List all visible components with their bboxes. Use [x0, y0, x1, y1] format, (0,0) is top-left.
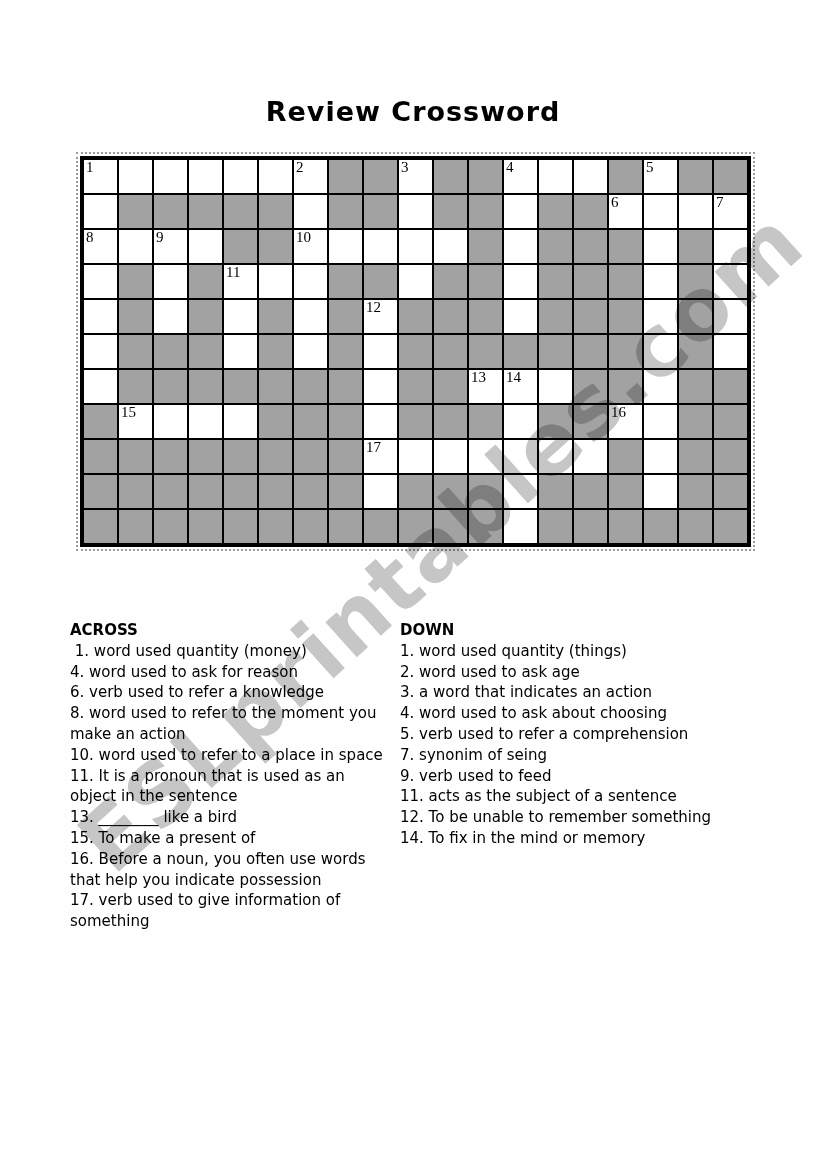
block-cell: [678, 509, 713, 544]
block-cell: [258, 404, 293, 439]
grid-cell[interactable]: [118, 229, 153, 264]
block-cell: [433, 264, 468, 299]
clue-number: 11: [226, 264, 240, 281]
block-cell: [188, 334, 223, 369]
block-cell: [398, 299, 433, 334]
grid-cell[interactable]: [188, 229, 223, 264]
block-cell: [118, 509, 153, 544]
clue-number: 7: [716, 194, 724, 211]
block-cell: [678, 264, 713, 299]
block-cell: [328, 159, 363, 194]
block-cell: [468, 404, 503, 439]
grid-cell[interactable]: [223, 334, 258, 369]
crossword-grid: 1234567891011121314151617: [80, 156, 751, 547]
block-cell: [678, 334, 713, 369]
grid-cell[interactable]: [188, 404, 223, 439]
grid-cell[interactable]: [538, 369, 573, 404]
grid-cell[interactable]: [363, 369, 398, 404]
block-cell: [118, 369, 153, 404]
clue-item: 15. To make a present of: [70, 828, 392, 849]
block-cell: [573, 404, 608, 439]
grid-cell[interactable]: [713, 229, 748, 264]
block-cell: [118, 299, 153, 334]
block-cell: [713, 474, 748, 509]
block-cell: [398, 509, 433, 544]
clue-number: 3: [401, 159, 409, 176]
block-cell: [433, 159, 468, 194]
grid-cell[interactable]: 6: [608, 194, 643, 229]
block-cell: [608, 474, 643, 509]
across-header: ACROSS: [70, 620, 392, 641]
grid-cell[interactable]: [363, 229, 398, 264]
block-cell: [223, 439, 258, 474]
block-cell: [608, 369, 643, 404]
down-clue-list: 1. word used quantity (things)2. word us…: [400, 641, 750, 849]
grid-cell[interactable]: 13: [468, 369, 503, 404]
grid-cell[interactable]: [643, 439, 678, 474]
grid-cell[interactable]: 9: [153, 229, 188, 264]
block-cell: [538, 229, 573, 264]
grid-cell[interactable]: [503, 509, 538, 544]
block-cell: [83, 474, 118, 509]
grid-cell[interactable]: 2: [293, 159, 328, 194]
grid-cell[interactable]: [678, 194, 713, 229]
block-cell: [328, 474, 363, 509]
grid-cell[interactable]: [643, 369, 678, 404]
block-cell: [538, 474, 573, 509]
block-cell: [643, 509, 678, 544]
block-cell: [188, 439, 223, 474]
grid-cell[interactable]: [503, 194, 538, 229]
clue-number: 9: [156, 229, 164, 246]
grid-cell[interactable]: [643, 404, 678, 439]
clue-item: 7. synonim of seing: [400, 745, 750, 766]
clue-item: 16. Before a noun, you often use words t…: [70, 849, 392, 891]
block-cell: [433, 404, 468, 439]
block-cell: [468, 474, 503, 509]
block-cell: [608, 334, 643, 369]
clue-number: 5: [646, 159, 654, 176]
block-cell: [258, 369, 293, 404]
grid-cell[interactable]: 5: [643, 159, 678, 194]
clue-number: 12: [366, 299, 381, 316]
block-cell: [713, 369, 748, 404]
block-cell: [538, 334, 573, 369]
clue-item: 4. word used to ask for reason: [70, 662, 392, 683]
block-cell: [328, 369, 363, 404]
grid-cell[interactable]: [363, 474, 398, 509]
block-cell: [188, 194, 223, 229]
block-cell: [328, 404, 363, 439]
grid-cell[interactable]: [643, 229, 678, 264]
block-cell: [153, 509, 188, 544]
grid-cell[interactable]: [153, 299, 188, 334]
grid-cell[interactable]: [503, 474, 538, 509]
clue-item: 13. ________ like a bird: [70, 807, 392, 828]
clue-item: 3. a word that indicates an action: [400, 682, 750, 703]
clue-item: 10. word used to refer to a place in spa…: [70, 745, 392, 766]
block-cell: [573, 509, 608, 544]
block-cell: [398, 404, 433, 439]
grid-cell[interactable]: [503, 439, 538, 474]
block-cell: [468, 299, 503, 334]
grid-cell[interactable]: [398, 264, 433, 299]
block-cell: [538, 509, 573, 544]
block-cell: [223, 509, 258, 544]
block-cell: [118, 474, 153, 509]
clue-number: 4: [506, 159, 514, 176]
block-cell: [153, 369, 188, 404]
block-cell: [433, 369, 468, 404]
block-cell: [328, 509, 363, 544]
block-cell: [118, 194, 153, 229]
block-cell: [713, 439, 748, 474]
block-cell: [398, 369, 433, 404]
block-cell: [258, 299, 293, 334]
block-cell: [538, 194, 573, 229]
block-cell: [188, 369, 223, 404]
grid-cell[interactable]: 15: [118, 404, 153, 439]
block-cell: [328, 334, 363, 369]
block-cell: [503, 334, 538, 369]
grid-cell[interactable]: [363, 334, 398, 369]
block-cell: [713, 509, 748, 544]
grid-cell[interactable]: [398, 439, 433, 474]
clue-number: 15: [121, 404, 136, 421]
grid-cell[interactable]: [83, 264, 118, 299]
grid-cell[interactable]: [503, 299, 538, 334]
block-cell: [678, 159, 713, 194]
block-cell: [398, 334, 433, 369]
block-cell: [258, 439, 293, 474]
block-cell: [433, 474, 468, 509]
block-cell: [188, 509, 223, 544]
grid-cell[interactable]: [643, 474, 678, 509]
block-cell: [223, 369, 258, 404]
block-cell: [468, 194, 503, 229]
block-cell: [153, 474, 188, 509]
block-cell: [608, 439, 643, 474]
grid-cell[interactable]: [538, 439, 573, 474]
block-cell: [258, 334, 293, 369]
block-cell: [608, 229, 643, 264]
grid-cell[interactable]: [328, 229, 363, 264]
grid-cell[interactable]: [153, 264, 188, 299]
block-cell: [223, 194, 258, 229]
grid-cell[interactable]: [293, 194, 328, 229]
down-clues: DOWN 1. word used quantity (things)2. wo…: [400, 620, 750, 849]
block-cell: [363, 264, 398, 299]
block-cell: [328, 194, 363, 229]
grid-cell[interactable]: [83, 299, 118, 334]
clue-item: 2. word used to ask age: [400, 662, 750, 683]
block-cell: [188, 264, 223, 299]
block-cell: [293, 369, 328, 404]
block-cell: [258, 509, 293, 544]
block-cell: [678, 439, 713, 474]
block-cell: [573, 474, 608, 509]
block-cell: [468, 334, 503, 369]
block-cell: [328, 264, 363, 299]
block-cell: [433, 334, 468, 369]
grid-cell[interactable]: [433, 439, 468, 474]
block-cell: [573, 194, 608, 229]
block-cell: [83, 509, 118, 544]
grid-cell[interactable]: [643, 264, 678, 299]
across-clue-list: 1. word used quantity (money)4. word use…: [70, 641, 392, 932]
clue-item: 9. verb used to feed: [400, 766, 750, 787]
grid-cell[interactable]: [398, 229, 433, 264]
block-cell: [433, 509, 468, 544]
block-cell: [608, 264, 643, 299]
clue-item: 11. acts as the subject of a sentence: [400, 786, 750, 807]
block-cell: [573, 229, 608, 264]
block-cell: [118, 334, 153, 369]
block-cell: [573, 369, 608, 404]
block-cell: [258, 194, 293, 229]
block-cell: [328, 299, 363, 334]
page-title: Review Crossword: [0, 96, 826, 127]
block-cell: [223, 229, 258, 264]
grid-cell[interactable]: [153, 404, 188, 439]
clue-item: 11. It is a pronoun that is used as an o…: [70, 766, 392, 808]
block-cell: [713, 404, 748, 439]
block-cell: [363, 194, 398, 229]
block-cell: [153, 334, 188, 369]
block-cell: [468, 159, 503, 194]
grid-cell[interactable]: [713, 299, 748, 334]
grid-cell[interactable]: [643, 194, 678, 229]
block-cell: [468, 229, 503, 264]
grid-cell[interactable]: 1: [83, 159, 118, 194]
grid-cell[interactable]: [153, 159, 188, 194]
clue-item: 1. word used quantity (money): [70, 641, 392, 662]
grid-cell[interactable]: [293, 334, 328, 369]
block-cell: [363, 509, 398, 544]
clue-number: 6: [611, 194, 619, 211]
block-cell: [608, 299, 643, 334]
block-cell: [328, 439, 363, 474]
block-cell: [678, 474, 713, 509]
block-cell: [608, 159, 643, 194]
clue-item: 1. word used quantity (things): [400, 641, 750, 662]
grid-cell[interactable]: [223, 159, 258, 194]
grid-cell[interactable]: [713, 334, 748, 369]
grid-cell[interactable]: [573, 439, 608, 474]
block-cell: [118, 264, 153, 299]
clue-item: 17. verb used to give information of som…: [70, 890, 392, 932]
block-cell: [398, 474, 433, 509]
grid-cell[interactable]: [223, 299, 258, 334]
grid-cell[interactable]: 7: [713, 194, 748, 229]
block-cell: [293, 439, 328, 474]
grid-cell[interactable]: [258, 264, 293, 299]
grid-cell[interactable]: 10: [293, 229, 328, 264]
block-cell: [538, 404, 573, 439]
block-cell: [83, 439, 118, 474]
clue-number: 10: [296, 229, 311, 246]
grid-cell[interactable]: 11: [223, 264, 258, 299]
block-cell: [678, 404, 713, 439]
block-cell: [153, 439, 188, 474]
clue-item: 12. To be unable to remember something: [400, 807, 750, 828]
block-cell: [678, 229, 713, 264]
block-cell: [223, 474, 258, 509]
grid-cell[interactable]: [363, 404, 398, 439]
grid-cell[interactable]: [293, 299, 328, 334]
block-cell: [678, 299, 713, 334]
grid-cell[interactable]: [503, 229, 538, 264]
block-cell: [538, 299, 573, 334]
grid-cell[interactable]: 8: [83, 229, 118, 264]
block-cell: [83, 404, 118, 439]
clue-number: 1: [86, 159, 94, 176]
clue-number: 13: [471, 369, 486, 386]
block-cell: [188, 299, 223, 334]
block-cell: [363, 159, 398, 194]
block-cell: [573, 299, 608, 334]
clue-item: 6. verb used to refer a knowledge: [70, 682, 392, 703]
grid-cell[interactable]: 3: [398, 159, 433, 194]
grid-cell[interactable]: [223, 404, 258, 439]
grid-cell[interactable]: [433, 229, 468, 264]
grid-cell[interactable]: [503, 404, 538, 439]
clue-number: 16: [611, 404, 626, 421]
grid-cell[interactable]: 17: [363, 439, 398, 474]
grid-cell[interactable]: 12: [363, 299, 398, 334]
across-clues: ACROSS 1. word used quantity (money)4. w…: [70, 620, 392, 932]
grid-cell[interactable]: 16: [608, 404, 643, 439]
grid-cell[interactable]: [83, 334, 118, 369]
clue-item: 4. word used to ask about choosing: [400, 703, 750, 724]
grid-cell[interactable]: [713, 264, 748, 299]
block-cell: [188, 474, 223, 509]
grid-cell[interactable]: [643, 334, 678, 369]
block-cell: [293, 404, 328, 439]
worksheet-page: { "game": "crossword", "title": "Review …: [0, 0, 826, 1169]
block-cell: [538, 264, 573, 299]
block-cell: [258, 229, 293, 264]
grid-cell[interactable]: [398, 194, 433, 229]
grid-cell[interactable]: [643, 299, 678, 334]
block-cell: [153, 194, 188, 229]
block-cell: [468, 264, 503, 299]
block-cell: [573, 334, 608, 369]
clue-number: 8: [86, 229, 94, 246]
clue-number: 17: [366, 439, 381, 456]
grid-cell[interactable]: [503, 264, 538, 299]
block-cell: [573, 264, 608, 299]
block-cell: [433, 194, 468, 229]
clue-item: 5. verb used to refer a comprehension: [400, 724, 750, 745]
grid-cell[interactable]: [83, 194, 118, 229]
grid-cell[interactable]: 14: [503, 369, 538, 404]
grid-cell[interactable]: [118, 159, 153, 194]
grid-cell[interactable]: [293, 264, 328, 299]
grid-cell[interactable]: [258, 159, 293, 194]
block-cell: [293, 474, 328, 509]
down-header: DOWN: [400, 620, 750, 641]
block-cell: [678, 369, 713, 404]
grid-cell[interactable]: [573, 159, 608, 194]
block-cell: [118, 439, 153, 474]
block-cell: [468, 509, 503, 544]
grid-cell[interactable]: 4: [503, 159, 538, 194]
clue-item: 14. To fix in the mind or memory: [400, 828, 750, 849]
block-cell: [433, 299, 468, 334]
grid-cell[interactable]: [468, 439, 503, 474]
clue-number: 14: [506, 369, 521, 386]
grid-cell[interactable]: [538, 159, 573, 194]
clue-number: 2: [296, 159, 304, 176]
block-cell: [293, 509, 328, 544]
clue-item: 8. word used to refer to the moment you …: [70, 703, 392, 745]
grid-cell[interactable]: [188, 159, 223, 194]
block-cell: [258, 474, 293, 509]
grid-cell[interactable]: [83, 369, 118, 404]
block-cell: [713, 159, 748, 194]
block-cell: [608, 509, 643, 544]
